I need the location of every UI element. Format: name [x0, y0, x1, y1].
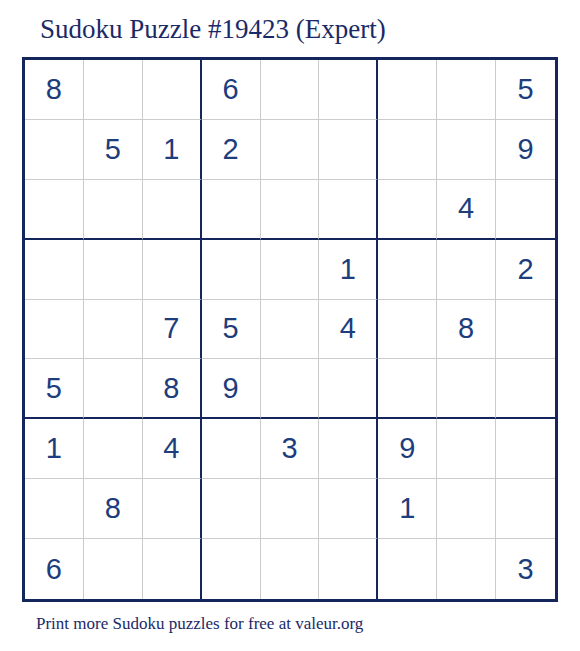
sudoku-cell-empty-r1c6	[319, 60, 378, 120]
sudoku-cell-empty-r2c8	[437, 120, 496, 180]
sudoku-cell-empty-r9c7	[378, 539, 437, 599]
sudoku-cell-empty-r1c5	[261, 60, 320, 120]
sudoku-cell-empty-r3c2	[84, 180, 143, 240]
sudoku-given-r5c4: 5	[202, 300, 261, 360]
sudoku-page: Sudoku Puzzle #19423 (Expert) 8655129412…	[0, 0, 580, 651]
sudoku-given-r8c2: 8	[84, 479, 143, 539]
sudoku-cell-empty-r9c8	[437, 539, 496, 599]
sudoku-given-r7c5: 3	[261, 419, 320, 479]
sudoku-cell-empty-r5c7	[378, 300, 437, 360]
sudoku-cell-empty-r6c5	[261, 359, 320, 419]
sudoku-cell-empty-r1c2	[84, 60, 143, 120]
sudoku-cell-empty-r4c8	[437, 240, 496, 300]
sudoku-cell-empty-r9c4	[202, 539, 261, 599]
sudoku-cell-empty-r7c9	[496, 419, 555, 479]
sudoku-cell-empty-r3c5	[261, 180, 320, 240]
sudoku-cell-empty-r7c8	[437, 419, 496, 479]
sudoku-cell-empty-r8c5	[261, 479, 320, 539]
sudoku-cell-empty-r4c1	[25, 240, 84, 300]
sudoku-board: 8655129412754858914398163	[22, 57, 558, 602]
sudoku-given-r1c1: 8	[25, 60, 84, 120]
sudoku-cell-empty-r9c2	[84, 539, 143, 599]
sudoku-cell-empty-r6c7	[378, 359, 437, 419]
sudoku-given-r4c6: 1	[319, 240, 378, 300]
sudoku-given-r6c1: 5	[25, 359, 84, 419]
sudoku-given-r7c7: 9	[378, 419, 437, 479]
sudoku-given-r2c4: 2	[202, 120, 261, 180]
sudoku-given-r2c9: 9	[496, 120, 555, 180]
footer-text: Print more Sudoku puzzles for free at va…	[36, 614, 363, 634]
sudoku-cell-empty-r9c3	[143, 539, 202, 599]
sudoku-cell-empty-r4c2	[84, 240, 143, 300]
sudoku-cell-empty-r2c6	[319, 120, 378, 180]
sudoku-cell-empty-r8c4	[202, 479, 261, 539]
sudoku-cell-empty-r8c1	[25, 479, 84, 539]
sudoku-given-r9c1: 6	[25, 539, 84, 599]
sudoku-cell-empty-r3c1	[25, 180, 84, 240]
sudoku-cell-empty-r5c2	[84, 300, 143, 360]
sudoku-cell-empty-r8c8	[437, 479, 496, 539]
sudoku-cell-empty-r6c9	[496, 359, 555, 419]
sudoku-cell-empty-r1c8	[437, 60, 496, 120]
sudoku-cell-empty-r1c7	[378, 60, 437, 120]
sudoku-cell-empty-r7c2	[84, 419, 143, 479]
sudoku-cell-empty-r3c4	[202, 180, 261, 240]
sudoku-cell-empty-r8c9	[496, 479, 555, 539]
sudoku-given-r7c3: 4	[143, 419, 202, 479]
sudoku-cell-empty-r7c6	[319, 419, 378, 479]
sudoku-cell-empty-r2c7	[378, 120, 437, 180]
sudoku-cell-empty-r2c5	[261, 120, 320, 180]
sudoku-given-r8c7: 1	[378, 479, 437, 539]
sudoku-cell-empty-r6c2	[84, 359, 143, 419]
sudoku-cell-empty-r5c9	[496, 300, 555, 360]
sudoku-given-r4c9: 2	[496, 240, 555, 300]
sudoku-given-r7c1: 1	[25, 419, 84, 479]
sudoku-cell-empty-r2c1	[25, 120, 84, 180]
sudoku-cell-empty-r3c7	[378, 180, 437, 240]
sudoku-cell-empty-r7c4	[202, 419, 261, 479]
sudoku-given-r3c8: 4	[437, 180, 496, 240]
sudoku-cell-empty-r6c6	[319, 359, 378, 419]
sudoku-given-r6c4: 9	[202, 359, 261, 419]
sudoku-given-r1c9: 5	[496, 60, 555, 120]
sudoku-cell-empty-r4c5	[261, 240, 320, 300]
sudoku-cell-empty-r4c4	[202, 240, 261, 300]
sudoku-cell-empty-r8c3	[143, 479, 202, 539]
sudoku-given-r5c3: 7	[143, 300, 202, 360]
sudoku-cell-empty-r4c3	[143, 240, 202, 300]
sudoku-cell-empty-r6c8	[437, 359, 496, 419]
sudoku-given-r1c4: 6	[202, 60, 261, 120]
sudoku-given-r2c2: 5	[84, 120, 143, 180]
sudoku-cell-empty-r5c1	[25, 300, 84, 360]
sudoku-given-r5c6: 4	[319, 300, 378, 360]
sudoku-cell-empty-r8c6	[319, 479, 378, 539]
sudoku-cell-empty-r9c6	[319, 539, 378, 599]
sudoku-cell-empty-r9c5	[261, 539, 320, 599]
sudoku-cell-empty-r3c3	[143, 180, 202, 240]
sudoku-given-r2c3: 1	[143, 120, 202, 180]
sudoku-cell-empty-r4c7	[378, 240, 437, 300]
sudoku-cell-empty-r3c6	[319, 180, 378, 240]
page-title: Sudoku Puzzle #19423 (Expert)	[40, 14, 386, 45]
sudoku-cell-empty-r3c9	[496, 180, 555, 240]
sudoku-cell-empty-r1c3	[143, 60, 202, 120]
sudoku-cell-empty-r5c5	[261, 300, 320, 360]
sudoku-given-r5c8: 8	[437, 300, 496, 360]
sudoku-given-r6c3: 8	[143, 359, 202, 419]
sudoku-given-r9c9: 3	[496, 539, 555, 599]
